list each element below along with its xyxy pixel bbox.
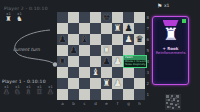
rank-label-2: 2 — [147, 78, 150, 89]
square-e8[interactable]: ♚ — [101, 12, 112, 23]
black-queen-piece[interactable]: ♛ — [135, 34, 143, 45]
pawn-icon: ♟ — [3, 89, 9, 96]
rook-icon: ♜ — [36, 89, 42, 96]
square-b8[interactable] — [68, 12, 79, 23]
white-pawn-piece[interactable]: ♟ — [113, 56, 121, 67]
square-e5[interactable]: ♜ — [101, 45, 112, 56]
square-c1[interactable] — [79, 89, 90, 100]
captured-bishop: x1♝ — [24, 85, 33, 96]
square-a1[interactable] — [57, 89, 68, 100]
square-f5[interactable] — [112, 45, 123, 56]
square-f4[interactable]: ♟ — [112, 56, 123, 67]
captured-pawn: x1♟ — [2, 85, 11, 96]
square-a3[interactable] — [57, 67, 68, 78]
captured-knight: x1♞ — [15, 12, 24, 23]
card-badge — [182, 19, 186, 23]
card-banner — [163, 20, 179, 26]
square-d2[interactable] — [90, 78, 101, 89]
file-label-h: h — [134, 101, 145, 106]
piece-tooltip: Pawn Moves 1 forward Takes diagonally — [123, 55, 147, 68]
square-d8[interactable] — [90, 12, 101, 23]
bishop-icon: ♝ — [25, 89, 31, 96]
square-b6[interactable] — [68, 34, 79, 45]
rank-label-3: 3 — [147, 67, 150, 78]
square-c8[interactable] — [79, 12, 90, 23]
flag-counter: ⚑ x1 — [157, 2, 169, 9]
rank-label-8: 8 — [147, 12, 150, 23]
square-e1[interactable] — [101, 89, 112, 100]
rook-icon: ♜ — [5, 16, 11, 23]
black-bishop-piece[interactable]: ♝ — [80, 34, 88, 45]
file-label-c: c — [79, 101, 90, 106]
player1-captured-tray: x1♟x1♞x1♝x1♜x1♟ — [2, 85, 55, 96]
square-a7[interactable] — [57, 23, 68, 34]
square-g7[interactable]: ♟ — [123, 23, 134, 34]
rook-reinforcements-card[interactable]: ♜ + Rook Reinforcements — [152, 16, 189, 85]
black-pawn-piece[interactable]: ♟ — [58, 34, 66, 45]
square-f2[interactable]: ♟ — [112, 78, 123, 89]
black-king-piece[interactable]: ♚ — [102, 12, 110, 23]
knight-icon: ♞ — [16, 16, 22, 23]
file-labels: abcdefgh — [57, 101, 145, 106]
square-b1[interactable] — [68, 89, 79, 100]
square-a8[interactable] — [57, 12, 68, 23]
square-h6[interactable]: ♛ — [134, 34, 145, 45]
square-h8[interactable] — [134, 12, 145, 23]
captured-knight: x1♞ — [13, 85, 22, 96]
current-turn-label: current turn — [13, 47, 40, 52]
square-f8[interactable] — [112, 12, 123, 23]
rank-label-7: 7 — [147, 23, 150, 34]
file-label-d: d — [90, 101, 101, 106]
white-pawn-piece[interactable]: ♟ — [124, 34, 132, 45]
file-label-e: e — [101, 101, 112, 106]
square-c4[interactable] — [79, 56, 90, 67]
captured-pawn: x1♟ — [46, 85, 55, 96]
player2-panel: Player 2 - 0:10:10 x1♜x1♞ — [4, 6, 48, 23]
captured-rook: x1♜ — [4, 12, 13, 23]
player2-captured-tray: x1♜x1♞ — [4, 12, 48, 23]
square-f1[interactable] — [112, 89, 123, 100]
square-c2[interactable] — [79, 78, 90, 89]
square-d7[interactable] — [90, 23, 101, 34]
pixelart-icon — [165, 94, 181, 110]
file-label-a: a — [57, 101, 68, 106]
square-c5[interactable] — [79, 45, 90, 56]
player1-panel: Player 1 - 0:10:10 x1♟x1♞x1♝x1♜x1♟ — [2, 79, 55, 96]
square-b3[interactable] — [68, 67, 79, 78]
square-f7[interactable]: ♜ — [112, 23, 123, 34]
square-b2[interactable] — [68, 78, 79, 89]
square-f6[interactable] — [112, 34, 123, 45]
square-a2[interactable] — [57, 78, 68, 89]
file-label-g: g — [123, 101, 134, 106]
square-e7[interactable] — [101, 23, 112, 34]
square-h3[interactable] — [134, 67, 145, 78]
square-d3[interactable]: ♝ — [90, 67, 101, 78]
square-a5[interactable] — [57, 45, 68, 56]
flag-count: x1 — [164, 3, 170, 8]
white-bishop-piece[interactable]: ♝ — [91, 67, 99, 78]
white-pawn-piece[interactable]: ♟ — [113, 78, 121, 89]
player1-label: Player 1 - 0:10:10 — [2, 79, 55, 84]
square-d1[interactable] — [90, 89, 101, 100]
square-d5[interactable] — [90, 45, 101, 56]
white-rook-piece[interactable]: ♜ — [102, 78, 110, 89]
square-a6[interactable]: ♟ — [57, 34, 68, 45]
rank-label-1: 1 — [147, 89, 150, 100]
square-d6[interactable] — [90, 34, 101, 45]
square-d4[interactable] — [90, 56, 101, 67]
square-e3[interactable] — [101, 67, 112, 78]
game-screen: Player 2 - 0:10:10 x1♜x1♞ current turn P… — [0, 0, 200, 112]
square-g2[interactable] — [123, 78, 134, 89]
square-e4[interactable]: ♟ — [101, 56, 112, 67]
black-pawn-piece[interactable]: ♟ — [69, 45, 77, 56]
square-e2[interactable]: ♜ — [101, 78, 112, 89]
black-pawn-piece[interactable]: ♟ — [124, 23, 132, 34]
captured-rook: x1♜ — [35, 85, 44, 96]
black-pawn-piece[interactable]: ♟ — [102, 56, 110, 67]
white-rook-piece[interactable]: ♜ — [113, 23, 121, 34]
square-b7[interactable] — [68, 23, 79, 34]
square-g6[interactable]: ♟ — [123, 34, 134, 45]
square-h7[interactable] — [134, 23, 145, 34]
white-rook-card-icon: ♜ — [163, 24, 178, 44]
square-h2[interactable] — [134, 78, 145, 89]
file-label-f: f — [112, 101, 123, 106]
square-c6[interactable]: ♝ — [79, 34, 90, 45]
pawn-icon: ♟ — [47, 89, 53, 96]
card-title-line2: Reinforcements — [156, 51, 186, 56]
square-b4[interactable] — [68, 56, 79, 67]
player2-label: Player 2 - 0:10:10 — [4, 6, 48, 11]
flag-icon: ⚑ — [157, 2, 162, 9]
square-h1[interactable] — [134, 89, 145, 100]
square-f3[interactable] — [112, 67, 123, 78]
square-a4[interactable]: ♜ — [57, 56, 68, 67]
rank-label-6: 6 — [147, 34, 150, 45]
white-rook-piece[interactable]: ♜ — [102, 45, 110, 56]
square-e6[interactable] — [101, 34, 112, 45]
file-label-b: b — [68, 101, 79, 106]
square-g1[interactable] — [123, 89, 134, 100]
tooltip-line2: Takes diagonally — [124, 63, 146, 66]
black-rook-piece[interactable]: ♜ — [58, 56, 66, 67]
knight-icon: ♞ — [14, 89, 20, 96]
square-g3[interactable] — [123, 67, 134, 78]
square-c3[interactable] — [79, 67, 90, 78]
square-g8[interactable] — [123, 12, 134, 23]
square-b5[interactable]: ♟ — [68, 45, 79, 56]
square-c7[interactable] — [79, 23, 90, 34]
